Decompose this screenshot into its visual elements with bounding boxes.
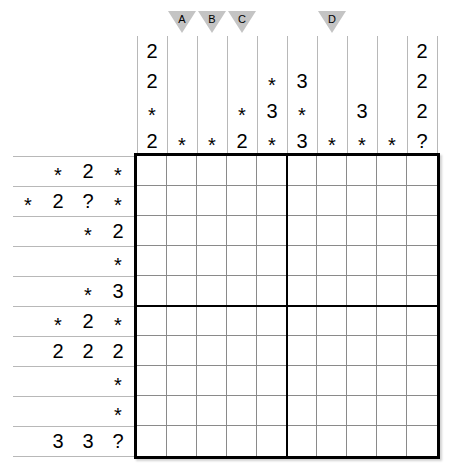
cell-r4c10[interactable] — [407, 246, 437, 276]
bold-middle-horizontal-line — [137, 305, 437, 307]
cell-r4c5[interactable] — [257, 246, 287, 276]
row-guide-line — [13, 456, 137, 457]
top-clues: 22*2***2*3*3*3*3**222? — [137, 36, 437, 156]
left-clue-r3-1: * — [73, 220, 103, 250]
cell-r9c6[interactable] — [287, 396, 317, 426]
left-clue-r2-3: ? — [73, 186, 103, 216]
cell-r7c9[interactable] — [377, 336, 407, 366]
left-clue-r8-1: * — [103, 370, 133, 400]
cell-r3c3[interactable] — [197, 216, 227, 246]
cell-r5c8[interactable] — [347, 276, 377, 306]
left-clue-r7-3: 2 — [103, 336, 133, 366]
cell-r2c4[interactable] — [227, 186, 257, 216]
left-clue-r2-1: * — [13, 190, 43, 220]
cell-r3c10[interactable] — [407, 216, 437, 246]
cell-r6c10[interactable] — [407, 306, 437, 336]
cell-r8c6[interactable] — [287, 366, 317, 396]
cell-r6c1[interactable] — [137, 306, 167, 336]
top-clue-c1-3: * — [137, 100, 167, 130]
cell-r6c5[interactable] — [257, 306, 287, 336]
cell-r2c8[interactable] — [347, 186, 377, 216]
left-clue-r10-1: 3 — [43, 426, 73, 456]
cell-r2c3[interactable] — [197, 186, 227, 216]
cell-r3c8[interactable] — [347, 216, 377, 246]
cell-r10c8[interactable] — [347, 426, 377, 456]
cell-r3c4[interactable] — [227, 216, 257, 246]
cell-r3c2[interactable] — [167, 216, 197, 246]
top-clue-c10-3: 2 — [407, 96, 437, 126]
left-clue-r7-1: 2 — [43, 336, 73, 366]
cell-r6c7[interactable] — [317, 306, 347, 336]
cell-r4c6[interactable] — [287, 246, 317, 276]
left-clue-r5-1: * — [73, 280, 103, 310]
cell-r2c7[interactable] — [317, 186, 347, 216]
cell-r6c8[interactable] — [347, 306, 377, 336]
cell-r10c7[interactable] — [317, 426, 347, 456]
left-clues: *2**2?**2**3*2*222**33? — [13, 156, 133, 456]
left-clue-r2-4: * — [103, 190, 133, 220]
cell-r2c1[interactable] — [137, 186, 167, 216]
cell-r5c1[interactable] — [137, 276, 167, 306]
cell-r5c4[interactable] — [227, 276, 257, 306]
cell-r1c2[interactable] — [167, 156, 197, 186]
cell-r2c10[interactable] — [407, 186, 437, 216]
cell-r1c4[interactable] — [227, 156, 257, 186]
cell-r9c7[interactable] — [317, 396, 347, 426]
cell-r5c10[interactable] — [407, 276, 437, 306]
cell-r10c6[interactable] — [287, 426, 317, 456]
cell-r6c4[interactable] — [227, 306, 257, 336]
cell-r5c2[interactable] — [167, 276, 197, 306]
cell-r7c7[interactable] — [317, 336, 347, 366]
top-clue-c5-1: * — [257, 70, 287, 100]
cell-r6c9[interactable] — [377, 306, 407, 336]
top-clue-c1-4: 2 — [137, 126, 167, 156]
cell-r9c5[interactable] — [257, 396, 287, 426]
cell-r9c2[interactable] — [167, 396, 197, 426]
marker-b-icon: B — [198, 11, 226, 33]
top-clue-c6-3: 3 — [287, 126, 317, 156]
cell-r7c10[interactable] — [407, 336, 437, 366]
cell-r1c5[interactable] — [257, 156, 287, 186]
top-clue-c1-2: 2 — [137, 66, 167, 96]
cell-r7c1[interactable] — [137, 336, 167, 366]
cell-r5c6[interactable] — [287, 276, 317, 306]
cell-r2c6[interactable] — [287, 186, 317, 216]
cell-r1c10[interactable] — [407, 156, 437, 186]
cell-r3c1[interactable] — [137, 216, 167, 246]
cell-r9c10[interactable] — [407, 396, 437, 426]
top-clue-c10-2: 2 — [407, 66, 437, 96]
cell-r7c2[interactable] — [167, 336, 197, 366]
left-clue-r10-2: 3 — [73, 426, 103, 456]
cell-r6c3[interactable] — [197, 306, 227, 336]
left-clue-r5-2: 3 — [103, 276, 133, 306]
left-clue-r10-3: ? — [103, 426, 133, 456]
cell-r4c7[interactable] — [317, 246, 347, 276]
cell-r5c7[interactable] — [317, 276, 347, 306]
cell-r4c8[interactable] — [347, 246, 377, 276]
cell-r10c4[interactable] — [227, 426, 257, 456]
cell-r8c2[interactable] — [167, 366, 197, 396]
cell-r8c1[interactable] — [137, 366, 167, 396]
cell-r10c3[interactable] — [197, 426, 227, 456]
cell-r1c1[interactable] — [137, 156, 167, 186]
top-clue-c4-1: * — [227, 100, 257, 130]
top-clue-c10-1: 2 — [407, 36, 437, 66]
left-clue-r1-2: 2 — [73, 156, 103, 186]
cell-r8c9[interactable] — [377, 366, 407, 396]
cell-r3c7[interactable] — [317, 216, 347, 246]
cell-r7c4[interactable] — [227, 336, 257, 366]
left-clue-r6-1: * — [43, 310, 73, 340]
left-clue-r6-2: 2 — [73, 306, 103, 336]
cell-r1c3[interactable] — [197, 156, 227, 186]
cell-r7c5[interactable] — [257, 336, 287, 366]
top-clue-c10-4: ? — [407, 126, 437, 156]
cell-r8c3[interactable] — [197, 366, 227, 396]
cell-r7c6[interactable] — [287, 336, 317, 366]
cell-r10c2[interactable] — [167, 426, 197, 456]
cell-r9c1[interactable] — [137, 396, 167, 426]
cell-r4c1[interactable] — [137, 246, 167, 276]
top-clue-c6-1: 3 — [287, 66, 317, 96]
left-clue-r7-2: 2 — [73, 336, 103, 366]
cell-r5c5[interactable] — [257, 276, 287, 306]
cell-r6c2[interactable] — [167, 306, 197, 336]
marker-d-icon: D — [318, 11, 346, 33]
cell-r9c3[interactable] — [197, 396, 227, 426]
cell-r4c9[interactable] — [377, 246, 407, 276]
marker-c-icon: C — [228, 11, 256, 33]
top-clue-c8-1: 3 — [347, 96, 377, 126]
top-clue-c1-1: 2 — [137, 36, 167, 66]
cell-r9c4[interactable] — [227, 396, 257, 426]
cell-r9c8[interactable] — [347, 396, 377, 426]
cell-r9c9[interactable] — [377, 396, 407, 426]
left-clue-r9-1: * — [103, 400, 133, 430]
cell-r5c9[interactable] — [377, 276, 407, 306]
puzzle-board: ABCD 22*2***2*3*3*3*3**222? *2**2?**2**3… — [0, 0, 451, 475]
cell-r3c6[interactable] — [287, 216, 317, 246]
cell-r8c5[interactable] — [257, 366, 287, 396]
cell-r3c5[interactable] — [257, 216, 287, 246]
cell-r10c5[interactable] — [257, 426, 287, 456]
cell-r5c3[interactable] — [197, 276, 227, 306]
cell-r8c4[interactable] — [227, 366, 257, 396]
left-clue-r4-1: * — [103, 250, 133, 280]
cell-r10c1[interactable] — [137, 426, 167, 456]
cell-r1c6[interactable] — [287, 156, 317, 186]
cell-r6c6[interactable] — [287, 306, 317, 336]
cell-r1c7[interactable] — [317, 156, 347, 186]
left-clue-r1-1: * — [43, 160, 73, 190]
marker-a-icon: A — [168, 11, 196, 33]
cell-r3c9[interactable] — [377, 216, 407, 246]
cell-r4c2[interactable] — [167, 246, 197, 276]
cell-r10c10[interactable] — [407, 426, 437, 456]
left-clue-r3-2: 2 — [103, 216, 133, 246]
top-clue-c4-2: 2 — [227, 126, 257, 156]
cell-r7c3[interactable] — [197, 336, 227, 366]
cell-r8c8[interactable] — [347, 366, 377, 396]
column-guide-line — [437, 36, 438, 156]
cell-r4c4[interactable] — [227, 246, 257, 276]
left-clue-r2-2: 2 — [43, 186, 73, 216]
cell-r2c9[interactable] — [377, 186, 407, 216]
top-clue-c5-2: 3 — [257, 96, 287, 126]
cell-r2c2[interactable] — [167, 186, 197, 216]
cell-r8c7[interactable] — [317, 366, 347, 396]
left-clue-r1-3: * — [103, 160, 133, 190]
cell-r1c8[interactable] — [347, 156, 377, 186]
cell-r1c9[interactable] — [377, 156, 407, 186]
cell-r8c10[interactable] — [407, 366, 437, 396]
cell-r4c3[interactable] — [197, 246, 227, 276]
left-clue-r6-3: * — [103, 310, 133, 340]
cell-r7c8[interactable] — [347, 336, 377, 366]
top-clue-c6-2: * — [287, 100, 317, 130]
cell-r2c5[interactable] — [257, 186, 287, 216]
cell-r10c9[interactable] — [377, 426, 407, 456]
